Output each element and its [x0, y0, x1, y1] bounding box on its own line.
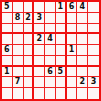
cell-r8c4[interactable] — [34, 77, 45, 88]
cell-r8c2[interactable]: 7 — [13, 77, 24, 88]
cell-r1c6[interactable]: 1 — [56, 2, 67, 13]
cell-r5c6[interactable] — [56, 45, 67, 56]
cell-r9c2[interactable] — [13, 88, 24, 99]
cell-r6c2[interactable] — [13, 56, 24, 67]
cell-r6c6[interactable] — [56, 56, 67, 67]
cell-r5c2[interactable] — [13, 45, 24, 56]
cell-r7c6[interactable]: 5 — [56, 67, 67, 78]
cell-r9c1[interactable] — [2, 88, 13, 99]
cell-r5c8[interactable] — [77, 45, 88, 56]
cell-r2c8[interactable] — [77, 13, 88, 24]
cell-r4c1[interactable] — [2, 34, 13, 45]
cell-r3c5[interactable] — [45, 24, 56, 35]
cell-r7c5[interactable]: 6 — [45, 67, 56, 78]
cell-r5c7[interactable]: 1 — [67, 45, 78, 56]
sudoku-board: 51648232461165723 — [0, 0, 101, 101]
cell-r6c7[interactable] — [67, 56, 78, 67]
cell-r7c2[interactable] — [13, 67, 24, 78]
cell-r9c5[interactable] — [45, 88, 56, 99]
cell-r8c9[interactable]: 3 — [88, 77, 99, 88]
cell-r7c1[interactable]: 1 — [2, 67, 13, 78]
cell-r8c8[interactable]: 2 — [77, 77, 88, 88]
cell-r7c4[interactable] — [34, 67, 45, 78]
cell-r6c4[interactable] — [34, 56, 45, 67]
cell-r6c8[interactable] — [77, 56, 88, 67]
cell-r3c1[interactable] — [2, 24, 13, 35]
cell-r1c9[interactable] — [88, 2, 99, 13]
cell-r3c6[interactable] — [56, 24, 67, 35]
cell-r8c7[interactable] — [67, 77, 78, 88]
cell-r9c3[interactable] — [24, 88, 35, 99]
cell-r1c1[interactable]: 5 — [2, 2, 13, 13]
cell-r4c8[interactable] — [77, 34, 88, 45]
cell-r1c5[interactable] — [45, 2, 56, 13]
cell-r9c4[interactable] — [34, 88, 45, 99]
cell-r5c5[interactable] — [45, 45, 56, 56]
cell-r6c5[interactable] — [45, 56, 56, 67]
cell-r5c4[interactable] — [34, 45, 45, 56]
cell-r1c3[interactable] — [24, 2, 35, 13]
cell-r1c2[interactable] — [13, 2, 24, 13]
cell-r4c9[interactable] — [88, 34, 99, 45]
cell-r1c7[interactable]: 6 — [67, 2, 78, 13]
cell-r9c8[interactable] — [77, 88, 88, 99]
cell-r3c3[interactable] — [24, 24, 35, 35]
cell-r4c5[interactable]: 4 — [45, 34, 56, 45]
cell-r1c4[interactable] — [34, 2, 45, 13]
cell-r2c7[interactable] — [67, 13, 78, 24]
cell-r8c6[interactable] — [56, 77, 67, 88]
cell-r9c7[interactable] — [67, 88, 78, 99]
cell-r5c3[interactable] — [24, 45, 35, 56]
cell-r4c4[interactable]: 2 — [34, 34, 45, 45]
cell-r8c1[interactable] — [2, 77, 13, 88]
cell-r3c8[interactable] — [77, 24, 88, 35]
cell-r9c6[interactable] — [56, 88, 67, 99]
cell-r2c9[interactable] — [88, 13, 99, 24]
cell-r2c1[interactable] — [2, 13, 13, 24]
cell-r3c2[interactable] — [13, 24, 24, 35]
cell-r5c1[interactable]: 6 — [2, 45, 13, 56]
cell-r4c2[interactable] — [13, 34, 24, 45]
cell-r2c4[interactable]: 3 — [34, 13, 45, 24]
cell-r8c3[interactable] — [24, 77, 35, 88]
cell-r4c3[interactable] — [24, 34, 35, 45]
cell-r3c9[interactable] — [88, 24, 99, 35]
cell-r2c3[interactable]: 2 — [24, 13, 35, 24]
cell-r2c6[interactable] — [56, 13, 67, 24]
cell-r2c2[interactable]: 8 — [13, 13, 24, 24]
cell-r6c1[interactable] — [2, 56, 13, 67]
cell-r4c6[interactable] — [56, 34, 67, 45]
cell-r7c9[interactable] — [88, 67, 99, 78]
cell-r7c8[interactable] — [77, 67, 88, 78]
cell-r1c8[interactable]: 4 — [77, 2, 88, 13]
cell-r7c7[interactable] — [67, 67, 78, 78]
cell-r8c5[interactable] — [45, 77, 56, 88]
cell-r5c9[interactable] — [88, 45, 99, 56]
cell-r2c5[interactable] — [45, 13, 56, 24]
cell-r4c7[interactable] — [67, 34, 78, 45]
cell-r6c3[interactable] — [24, 56, 35, 67]
cell-r7c3[interactable] — [24, 67, 35, 78]
cell-r3c7[interactable] — [67, 24, 78, 35]
cell-r6c9[interactable] — [88, 56, 99, 67]
cell-r9c9[interactable] — [88, 88, 99, 99]
cell-r3c4[interactable] — [34, 24, 45, 35]
